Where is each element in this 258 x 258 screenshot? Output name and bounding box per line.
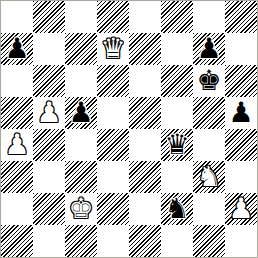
board-frame: ♟♛♟♚♟♟♟♟♛♞♚♞♟ bbox=[0, 0, 258, 258]
piece-white-pawn-a4[interactable]: ♟ bbox=[4, 129, 29, 161]
square-e3[interactable] bbox=[129, 161, 161, 193]
piece-black-pawn-g7[interactable]: ♟ bbox=[196, 33, 221, 65]
square-g7[interactable]: ♟ bbox=[193, 33, 225, 65]
square-e2[interactable] bbox=[129, 193, 161, 225]
square-d1[interactable] bbox=[97, 225, 129, 257]
square-c4[interactable] bbox=[65, 129, 97, 161]
piece-white-king-c2[interactable]: ♚ bbox=[68, 193, 93, 225]
square-d7[interactable]: ♛ bbox=[97, 33, 129, 65]
square-h8[interactable] bbox=[225, 1, 257, 33]
square-f3[interactable] bbox=[161, 161, 193, 193]
square-c6[interactable] bbox=[65, 65, 97, 97]
piece-white-pawn-h2[interactable]: ♟ bbox=[228, 193, 253, 225]
square-f2[interactable]: ♞ bbox=[161, 193, 193, 225]
piece-black-pawn-h5[interactable]: ♟ bbox=[228, 97, 253, 129]
square-d2[interactable] bbox=[97, 193, 129, 225]
square-d3[interactable] bbox=[97, 161, 129, 193]
square-c7[interactable] bbox=[65, 33, 97, 65]
square-a4[interactable]: ♟ bbox=[1, 129, 33, 161]
square-d6[interactable] bbox=[97, 65, 129, 97]
piece-black-king-g6[interactable]: ♚ bbox=[196, 65, 221, 97]
square-h5[interactable]: ♟ bbox=[225, 97, 257, 129]
piece-white-queen-d7[interactable]: ♛ bbox=[100, 33, 125, 65]
piece-black-queen-f4[interactable]: ♛ bbox=[164, 129, 189, 161]
square-a5[interactable] bbox=[1, 97, 33, 129]
square-h6[interactable] bbox=[225, 65, 257, 97]
piece-black-knight-f2[interactable]: ♞ bbox=[164, 193, 189, 225]
square-g4[interactable] bbox=[193, 129, 225, 161]
square-c3[interactable] bbox=[65, 161, 97, 193]
square-e1[interactable] bbox=[129, 225, 161, 257]
square-e5[interactable] bbox=[129, 97, 161, 129]
square-h2[interactable]: ♟ bbox=[225, 193, 257, 225]
square-g1[interactable] bbox=[193, 225, 225, 257]
square-a7[interactable]: ♟ bbox=[1, 33, 33, 65]
square-a1[interactable] bbox=[1, 225, 33, 257]
square-c5[interactable]: ♟ bbox=[65, 97, 97, 129]
square-g6[interactable]: ♚ bbox=[193, 65, 225, 97]
square-a6[interactable] bbox=[1, 65, 33, 97]
square-b1[interactable] bbox=[33, 225, 65, 257]
square-e8[interactable] bbox=[129, 1, 161, 33]
square-e4[interactable] bbox=[129, 129, 161, 161]
square-h4[interactable] bbox=[225, 129, 257, 161]
square-b7[interactable] bbox=[33, 33, 65, 65]
square-h7[interactable] bbox=[225, 33, 257, 65]
square-c8[interactable] bbox=[65, 1, 97, 33]
square-d4[interactable] bbox=[97, 129, 129, 161]
square-b3[interactable] bbox=[33, 161, 65, 193]
piece-white-knight-g3[interactable]: ♞ bbox=[196, 161, 221, 193]
square-h1[interactable] bbox=[225, 225, 257, 257]
square-b2[interactable] bbox=[33, 193, 65, 225]
square-f4[interactable]: ♛ bbox=[161, 129, 193, 161]
square-e6[interactable] bbox=[129, 65, 161, 97]
chess-board: ♟♛♟♚♟♟♟♟♛♞♚♞♟ bbox=[1, 1, 257, 257]
piece-white-pawn-b5[interactable]: ♟ bbox=[36, 97, 61, 129]
square-f7[interactable] bbox=[161, 33, 193, 65]
square-a3[interactable] bbox=[1, 161, 33, 193]
square-b6[interactable] bbox=[33, 65, 65, 97]
square-e7[interactable] bbox=[129, 33, 161, 65]
square-g3[interactable]: ♞ bbox=[193, 161, 225, 193]
square-g5[interactable] bbox=[193, 97, 225, 129]
square-f5[interactable] bbox=[161, 97, 193, 129]
square-f6[interactable] bbox=[161, 65, 193, 97]
square-h3[interactable] bbox=[225, 161, 257, 193]
square-d8[interactable] bbox=[97, 1, 129, 33]
square-b8[interactable] bbox=[33, 1, 65, 33]
square-b4[interactable] bbox=[33, 129, 65, 161]
square-d5[interactable] bbox=[97, 97, 129, 129]
piece-black-pawn-c5[interactable]: ♟ bbox=[68, 97, 93, 129]
square-g8[interactable] bbox=[193, 1, 225, 33]
square-c1[interactable] bbox=[65, 225, 97, 257]
square-c2[interactable]: ♚ bbox=[65, 193, 97, 225]
square-g2[interactable] bbox=[193, 193, 225, 225]
square-a8[interactable] bbox=[1, 1, 33, 33]
piece-black-pawn-a7[interactable]: ♟ bbox=[4, 33, 29, 65]
square-f1[interactable] bbox=[161, 225, 193, 257]
square-b5[interactable]: ♟ bbox=[33, 97, 65, 129]
square-f8[interactable] bbox=[161, 1, 193, 33]
square-a2[interactable] bbox=[1, 193, 33, 225]
